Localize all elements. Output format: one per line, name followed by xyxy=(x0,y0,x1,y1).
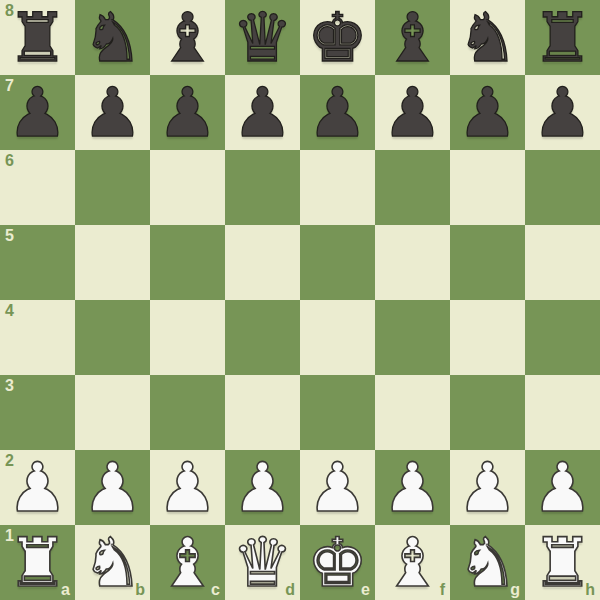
square-c4[interactable] xyxy=(150,300,225,375)
square-f8[interactable]: ♝ xyxy=(375,0,450,75)
piece-black-pawn[interactable]: ♟ xyxy=(232,75,293,150)
square-a3[interactable]: 3 xyxy=(0,375,75,450)
piece-white-pawn[interactable]: ♟ xyxy=(532,450,593,525)
square-h1[interactable]: h♜ xyxy=(525,525,600,600)
square-c3[interactable] xyxy=(150,375,225,450)
piece-white-pawn[interactable]: ♟ xyxy=(307,450,368,525)
square-a8[interactable]: 8♜ xyxy=(0,0,75,75)
square-f7[interactable]: ♟ xyxy=(375,75,450,150)
file-label: f xyxy=(440,582,445,598)
square-e3[interactable] xyxy=(300,375,375,450)
square-e5[interactable] xyxy=(300,225,375,300)
square-h3[interactable] xyxy=(525,375,600,450)
piece-white-knight[interactable]: ♞ xyxy=(82,525,143,600)
square-d1[interactable]: d♛ xyxy=(225,525,300,600)
piece-white-knight[interactable]: ♞ xyxy=(457,525,518,600)
square-f4[interactable] xyxy=(375,300,450,375)
square-f1[interactable]: f♝ xyxy=(375,525,450,600)
square-d6[interactable] xyxy=(225,150,300,225)
piece-white-pawn[interactable]: ♟ xyxy=(457,450,518,525)
square-h2[interactable]: ♟ xyxy=(525,450,600,525)
file-label: c xyxy=(211,582,220,598)
square-b1[interactable]: b♞ xyxy=(75,525,150,600)
square-g8[interactable]: ♞ xyxy=(450,0,525,75)
square-c5[interactable] xyxy=(150,225,225,300)
piece-black-knight[interactable]: ♞ xyxy=(457,0,518,75)
piece-white-bishop[interactable]: ♝ xyxy=(382,525,443,600)
square-d2[interactable]: ♟ xyxy=(225,450,300,525)
piece-white-pawn[interactable]: ♟ xyxy=(82,450,143,525)
square-e6[interactable] xyxy=(300,150,375,225)
square-g1[interactable]: g♞ xyxy=(450,525,525,600)
square-d4[interactable] xyxy=(225,300,300,375)
file-label: b xyxy=(135,582,145,598)
square-b8[interactable]: ♞ xyxy=(75,0,150,75)
rank-label: 4 xyxy=(5,303,14,319)
square-f3[interactable] xyxy=(375,375,450,450)
piece-black-pawn[interactable]: ♟ xyxy=(457,75,518,150)
square-e1[interactable]: e♚ xyxy=(300,525,375,600)
square-a1[interactable]: 1a♜ xyxy=(0,525,75,600)
square-f2[interactable]: ♟ xyxy=(375,450,450,525)
piece-black-king[interactable]: ♚ xyxy=(307,0,368,75)
rank-label: 2 xyxy=(5,453,14,469)
piece-black-bishop[interactable]: ♝ xyxy=(382,0,443,75)
piece-white-pawn[interactable]: ♟ xyxy=(7,450,68,525)
square-b5[interactable] xyxy=(75,225,150,300)
square-c2[interactable]: ♟ xyxy=(150,450,225,525)
square-h4[interactable] xyxy=(525,300,600,375)
rank-label: 7 xyxy=(5,78,14,94)
square-a6[interactable]: 6 xyxy=(0,150,75,225)
piece-black-rook[interactable]: ♜ xyxy=(532,0,593,75)
piece-white-bishop[interactable]: ♝ xyxy=(157,525,218,600)
square-g7[interactable]: ♟ xyxy=(450,75,525,150)
piece-white-rook[interactable]: ♜ xyxy=(7,525,68,600)
square-h8[interactable]: ♜ xyxy=(525,0,600,75)
piece-black-pawn[interactable]: ♟ xyxy=(382,75,443,150)
square-b7[interactable]: ♟ xyxy=(75,75,150,150)
square-e8[interactable]: ♚ xyxy=(300,0,375,75)
square-a7[interactable]: 7♟ xyxy=(0,75,75,150)
square-c8[interactable]: ♝ xyxy=(150,0,225,75)
piece-black-knight[interactable]: ♞ xyxy=(82,0,143,75)
square-f6[interactable] xyxy=(375,150,450,225)
piece-black-pawn[interactable]: ♟ xyxy=(307,75,368,150)
square-c7[interactable]: ♟ xyxy=(150,75,225,150)
square-a4[interactable]: 4 xyxy=(0,300,75,375)
file-label: h xyxy=(585,582,595,598)
square-e7[interactable]: ♟ xyxy=(300,75,375,150)
square-a2[interactable]: 2♟ xyxy=(0,450,75,525)
square-c6[interactable] xyxy=(150,150,225,225)
square-g3[interactable] xyxy=(450,375,525,450)
piece-black-rook[interactable]: ♜ xyxy=(7,0,68,75)
square-g4[interactable] xyxy=(450,300,525,375)
file-label: d xyxy=(285,582,295,598)
square-d7[interactable]: ♟ xyxy=(225,75,300,150)
piece-black-pawn[interactable]: ♟ xyxy=(157,75,218,150)
piece-white-pawn[interactable]: ♟ xyxy=(157,450,218,525)
square-h6[interactable] xyxy=(525,150,600,225)
square-b6[interactable] xyxy=(75,150,150,225)
piece-black-pawn[interactable]: ♟ xyxy=(7,75,68,150)
square-g2[interactable]: ♟ xyxy=(450,450,525,525)
square-b3[interactable] xyxy=(75,375,150,450)
square-b4[interactable] xyxy=(75,300,150,375)
rank-label: 6 xyxy=(5,153,14,169)
square-c1[interactable]: c♝ xyxy=(150,525,225,600)
square-f5[interactable] xyxy=(375,225,450,300)
square-d3[interactable] xyxy=(225,375,300,450)
square-g5[interactable] xyxy=(450,225,525,300)
square-h7[interactable]: ♟ xyxy=(525,75,600,150)
square-h5[interactable] xyxy=(525,225,600,300)
piece-black-pawn[interactable]: ♟ xyxy=(82,75,143,150)
piece-white-rook[interactable]: ♜ xyxy=(532,525,593,600)
piece-white-pawn[interactable]: ♟ xyxy=(382,450,443,525)
square-d8[interactable]: ♛ xyxy=(225,0,300,75)
chess-board: 8♜♞♝♛♚♝♞♜7♟♟♟♟♟♟♟♟65432♟♟♟♟♟♟♟♟1a♜b♞c♝d♛… xyxy=(0,0,600,600)
file-label: a xyxy=(61,582,70,598)
piece-black-queen[interactable]: ♛ xyxy=(232,0,293,75)
square-b2[interactable]: ♟ xyxy=(75,450,150,525)
square-e2[interactable]: ♟ xyxy=(300,450,375,525)
rank-label: 3 xyxy=(5,378,14,394)
file-label: g xyxy=(510,582,520,598)
square-e4[interactable] xyxy=(300,300,375,375)
piece-black-bishop[interactable]: ♝ xyxy=(157,0,218,75)
rank-label: 8 xyxy=(5,3,14,19)
file-label: e xyxy=(361,582,370,598)
rank-label: 5 xyxy=(5,228,14,244)
square-g6[interactable] xyxy=(450,150,525,225)
piece-white-king[interactable]: ♚ xyxy=(307,525,368,600)
piece-white-pawn[interactable]: ♟ xyxy=(232,450,293,525)
rank-label: 1 xyxy=(5,528,14,544)
square-a5[interactable]: 5 xyxy=(0,225,75,300)
piece-black-pawn[interactable]: ♟ xyxy=(532,75,593,150)
square-d5[interactable] xyxy=(225,225,300,300)
piece-white-queen[interactable]: ♛ xyxy=(232,525,293,600)
